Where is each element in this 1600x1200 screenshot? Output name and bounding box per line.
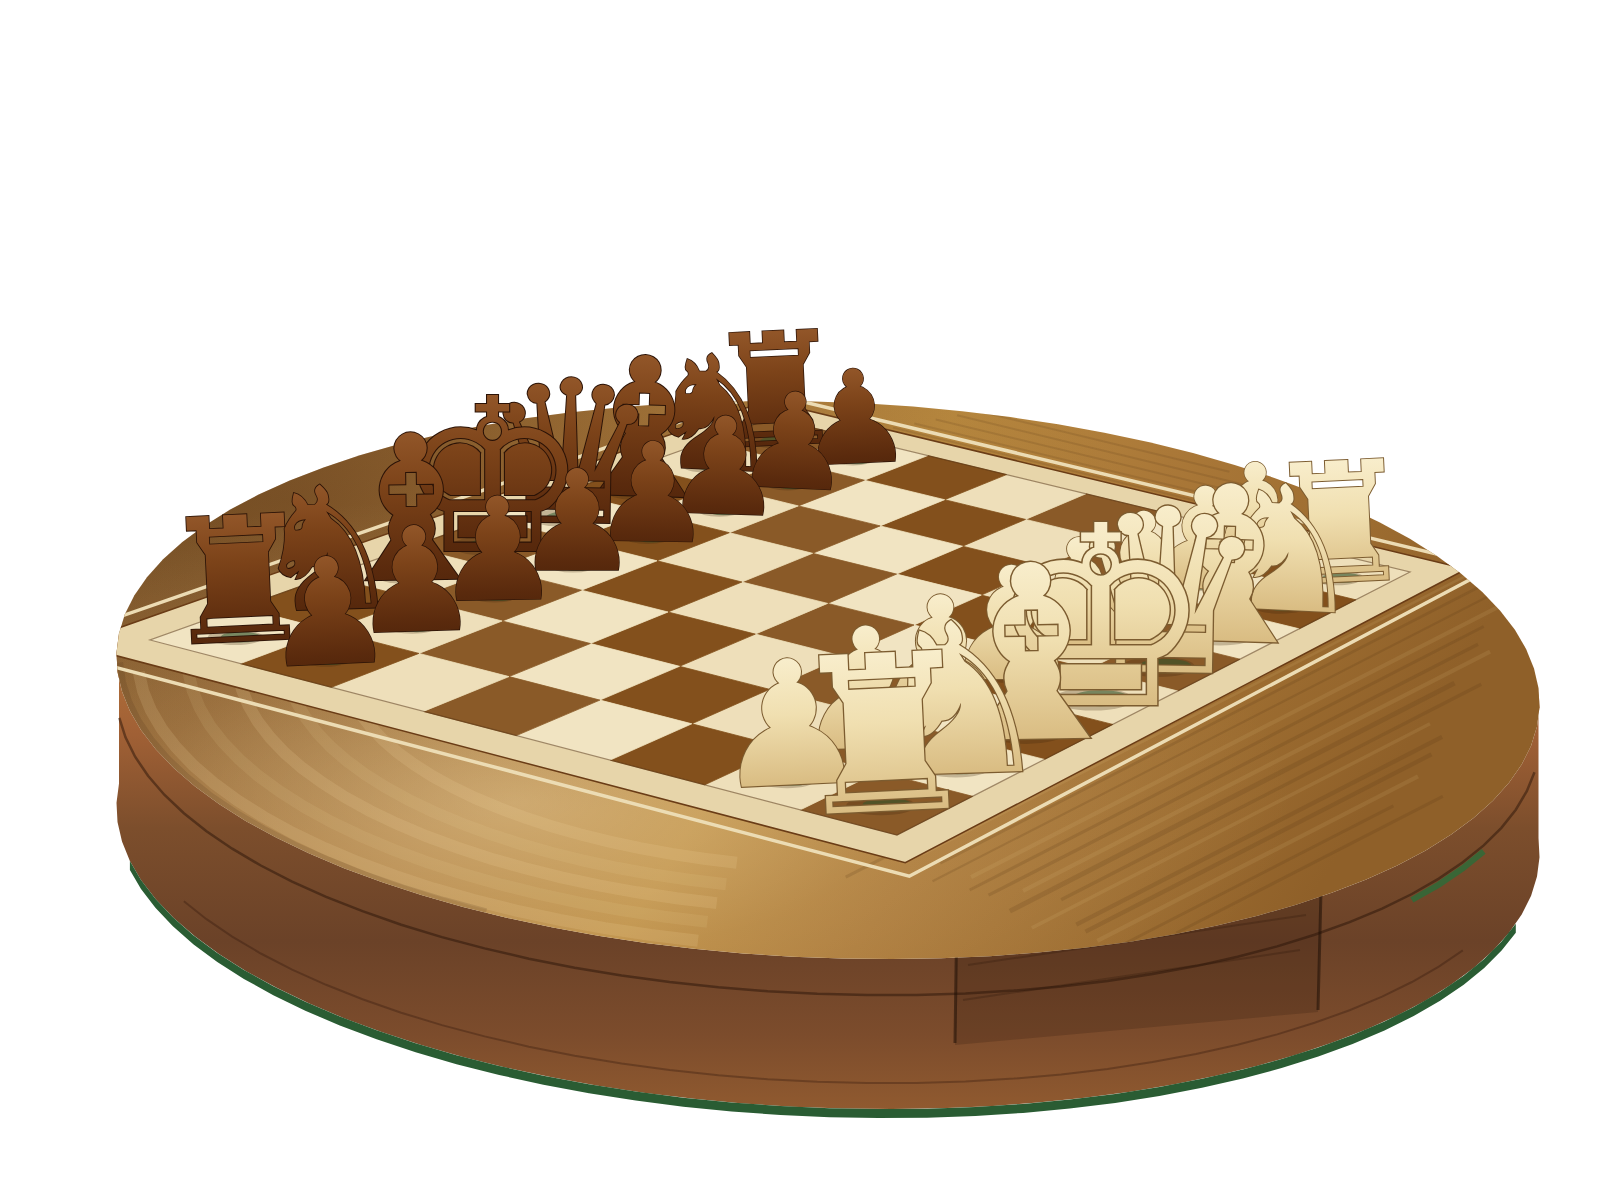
chess-set-scene: ♜♟♞♟♝♟♛♟♚♟♟♝♜♟♟♞♞♟♟♝♜♟♟♛♟♚♟♝♟♞♟♜ <box>0 0 1600 1200</box>
piece-white-rook-h1[interactable]: ♜ <box>781 605 987 866</box>
piece-black-pawn-h7[interactable]: ♟ <box>258 524 398 702</box>
product-photo-round-chess-set: ♜♟♞♟♝♟♛♟♚♟♟♝♜♟♟♞♞♟♟♝♜♟♟♛♟♚♟♝♟♞♟♜ <box>0 0 1600 1200</box>
